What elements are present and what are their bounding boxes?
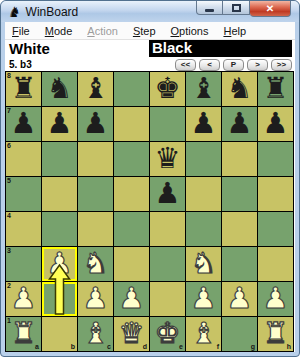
- square-c5[interactable]: [78, 177, 113, 211]
- black-pawn[interactable]: ♟: [47, 109, 73, 138]
- square-b1[interactable]: b: [42, 317, 77, 351]
- square-d8[interactable]: [114, 72, 149, 106]
- square-h2[interactable]: ♟: [258, 282, 293, 316]
- white-clock-label: White: [9, 40, 50, 58]
- move-row: 5. b3 <<<P>>>: [5, 58, 295, 71]
- square-e1[interactable]: ♚e: [150, 317, 185, 351]
- square-f3[interactable]: ♞: [186, 247, 221, 281]
- square-d3[interactable]: [114, 247, 149, 281]
- square-e3[interactable]: [150, 247, 185, 281]
- black-pawn[interactable]: ♟: [11, 109, 37, 138]
- square-b3[interactable]: ♟: [42, 247, 77, 281]
- file-label-b: b: [71, 343, 75, 351]
- square-g1[interactable]: g: [222, 317, 257, 351]
- forward-button[interactable]: >: [247, 59, 268, 71]
- menu-item-action: Action: [87, 25, 118, 37]
- white-knight[interactable]: ♞: [83, 249, 109, 278]
- black-pawn[interactable]: ♟: [155, 179, 181, 208]
- square-h3[interactable]: [258, 247, 293, 281]
- white-pawn[interactable]: ♟: [83, 284, 109, 313]
- file-label-d: d: [143, 343, 147, 351]
- chess-board: ♜8♞♝♚♝♞♜♟7♟♟♟♟♟6♛5♟43♟♞♞♟2♟♟♟♟♟♜1ab♝c♛d♚…: [5, 71, 294, 352]
- menu-item-file[interactable]: File: [12, 25, 30, 37]
- square-c3[interactable]: ♞: [78, 247, 113, 281]
- square-f6[interactable]: [186, 142, 221, 176]
- square-c2[interactable]: ♟: [78, 282, 113, 316]
- white-pawn[interactable]: ♟: [11, 284, 37, 313]
- rank-label-6: 6: [7, 142, 11, 150]
- maximize-button[interactable]: [223, 1, 250, 15]
- white-queen[interactable]: ♛: [119, 319, 145, 348]
- square-a1[interactable]: ♜1a: [6, 317, 41, 351]
- square-c1[interactable]: ♝c: [78, 317, 113, 351]
- menu-item-help[interactable]: Help: [223, 25, 246, 37]
- rank-label-1: 1: [7, 317, 11, 325]
- square-c7[interactable]: ♟: [78, 107, 113, 141]
- square-a7[interactable]: ♟7: [6, 107, 41, 141]
- square-b5[interactable]: [42, 177, 77, 211]
- window-controls: ✕: [196, 1, 291, 17]
- square-b4[interactable]: [42, 212, 77, 246]
- square-h5[interactable]: [258, 177, 293, 211]
- rank-label-4: 4: [7, 212, 11, 220]
- menu-item-options[interactable]: Options: [171, 25, 209, 37]
- square-d4[interactable]: [114, 212, 149, 246]
- square-a2[interactable]: ♟2: [6, 282, 41, 316]
- menu-item-mode[interactable]: Mode: [45, 25, 73, 37]
- square-g2[interactable]: ♟: [222, 282, 257, 316]
- white-pawn[interactable]: ♟: [47, 249, 73, 278]
- rank-label-5: 5: [7, 177, 11, 185]
- square-e4[interactable]: [150, 212, 185, 246]
- square-f8[interactable]: ♝: [186, 72, 221, 106]
- rank-label-3: 3: [7, 247, 11, 255]
- square-c4[interactable]: [78, 212, 113, 246]
- back-button[interactable]: <: [199, 59, 220, 71]
- file-label-e: e: [179, 343, 183, 351]
- square-h6[interactable]: [258, 142, 293, 176]
- square-h1[interactable]: ♜h: [258, 317, 293, 351]
- square-e6[interactable]: ♛: [150, 142, 185, 176]
- square-b7[interactable]: ♟: [42, 107, 77, 141]
- square-d2[interactable]: ♟: [114, 282, 149, 316]
- square-a5[interactable]: 5: [6, 177, 41, 211]
- square-b8[interactable]: ♞: [42, 72, 77, 106]
- square-d7[interactable]: [114, 107, 149, 141]
- white-rook[interactable]: ♜: [263, 319, 289, 348]
- black-bishop[interactable]: ♝: [191, 74, 217, 103]
- square-b6[interactable]: [42, 142, 77, 176]
- white-pawn[interactable]: ♟: [119, 284, 145, 313]
- square-h4[interactable]: [258, 212, 293, 246]
- square-c6[interactable]: [78, 142, 113, 176]
- nav-buttons: <<<P>>>: [175, 59, 292, 71]
- pause-button[interactable]: P: [223, 59, 244, 71]
- minimize-button[interactable]: [196, 1, 223, 15]
- black-rook[interactable]: ♜: [11, 74, 37, 103]
- back-all-button[interactable]: <<: [175, 59, 196, 71]
- client-area: FileModeActionStepOptionsHelp White Blac…: [5, 22, 295, 352]
- square-e5[interactable]: ♟: [150, 177, 185, 211]
- square-e8[interactable]: ♚: [150, 72, 185, 106]
- square-f5[interactable]: [186, 177, 221, 211]
- rank-label-2: 2: [7, 282, 11, 290]
- black-bishop[interactable]: ♝: [83, 74, 109, 103]
- black-knight[interactable]: ♞: [227, 74, 253, 103]
- rank-label-7: 7: [7, 107, 11, 115]
- close-button[interactable]: ✕: [250, 1, 291, 17]
- minimize-icon: [205, 9, 214, 12]
- square-g5[interactable]: [222, 177, 257, 211]
- knight-icon: ♞: [8, 5, 21, 19]
- file-label-g: g: [251, 343, 255, 351]
- white-knight[interactable]: ♞: [191, 249, 217, 278]
- square-c8[interactable]: ♝: [78, 72, 113, 106]
- black-rook[interactable]: ♜: [263, 74, 289, 103]
- file-label-c: c: [107, 343, 111, 351]
- white-pawn[interactable]: ♟: [263, 284, 289, 313]
- black-king[interactable]: ♚: [155, 74, 181, 103]
- square-d1[interactable]: ♛d: [114, 317, 149, 351]
- black-pawn[interactable]: ♟: [263, 109, 289, 138]
- square-f2[interactable]: ♟: [186, 282, 221, 316]
- black-pawn[interactable]: ♟: [191, 109, 217, 138]
- square-h7[interactable]: ♟: [258, 107, 293, 141]
- square-a3[interactable]: 3: [6, 247, 41, 281]
- black-knight[interactable]: ♞: [47, 74, 73, 103]
- square-b2[interactable]: [42, 282, 77, 316]
- square-a4[interactable]: 4: [6, 212, 41, 246]
- square-d6[interactable]: [114, 142, 149, 176]
- file-label-f: f: [217, 343, 219, 351]
- square-g6[interactable]: [222, 142, 257, 176]
- square-h8[interactable]: ♜: [258, 72, 293, 106]
- square-f7[interactable]: ♟: [186, 107, 221, 141]
- black-clock-label: Black: [149, 40, 292, 57]
- menu-bar: FileModeActionStepOptionsHelp: [5, 22, 295, 40]
- forward-all-button[interactable]: >>: [271, 59, 292, 71]
- square-e7[interactable]: [150, 107, 185, 141]
- menu-item-step[interactable]: Step: [133, 25, 156, 37]
- square-f1[interactable]: ♝f: [186, 317, 221, 351]
- white-bishop[interactable]: ♝: [83, 319, 109, 348]
- square-g4[interactable]: [222, 212, 257, 246]
- close-icon: ✕: [266, 3, 274, 14]
- square-g3[interactable]: [222, 247, 257, 281]
- black-queen[interactable]: ♛: [155, 144, 181, 173]
- square-d5[interactable]: [114, 177, 149, 211]
- status-row: White Black: [5, 40, 295, 58]
- square-a6[interactable]: 6: [6, 142, 41, 176]
- square-g7[interactable]: ♟: [222, 107, 257, 141]
- white-pawn[interactable]: ♟: [227, 284, 253, 313]
- square-g8[interactable]: ♞: [222, 72, 257, 106]
- maximize-icon: [232, 4, 241, 12]
- black-pawn[interactable]: ♟: [83, 109, 109, 138]
- winboard-window: ♞ WinBoard ✕ FileModeActionStepOptionsHe…: [0, 0, 300, 357]
- last-move-text: 5. b3: [9, 59, 32, 70]
- file-label-h: h: [287, 343, 291, 351]
- white-pawn[interactable]: ♟: [191, 284, 217, 313]
- white-bishop[interactable]: ♝: [191, 319, 217, 348]
- file-label-a: a: [35, 343, 39, 351]
- square-e2[interactable]: [150, 282, 185, 316]
- black-pawn[interactable]: ♟: [227, 109, 253, 138]
- square-a8[interactable]: ♜8: [6, 72, 41, 106]
- window-title: WinBoard: [26, 5, 79, 19]
- rank-label-8: 8: [7, 72, 11, 80]
- white-rook[interactable]: ♜: [11, 319, 37, 348]
- white-king[interactable]: ♚: [155, 319, 181, 348]
- square-f4[interactable]: [186, 212, 221, 246]
